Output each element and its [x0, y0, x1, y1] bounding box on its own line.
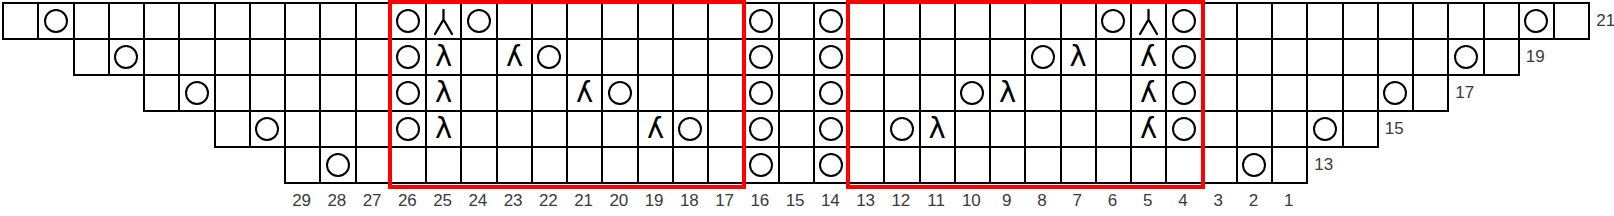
- chart-cell: [390, 2, 427, 40]
- chart-cell: [108, 2, 145, 40]
- chart-row-13: [284, 146, 1308, 184]
- cdd-symbol: [431, 8, 456, 35]
- chart-cell: [954, 110, 991, 148]
- chart-cell: [1236, 146, 1273, 184]
- chart-cell: [1201, 110, 1238, 148]
- k2tog-symbol: λ: [647, 113, 664, 142]
- yarn-over-symbol: [396, 117, 420, 141]
- chart-cell: [707, 38, 744, 76]
- k2tog-symbol: λ: [1140, 113, 1157, 142]
- chart-cell: [531, 38, 568, 76]
- chart-cell: [1306, 74, 1343, 112]
- chart-cell: [1483, 2, 1520, 40]
- chart-cell: [73, 38, 110, 76]
- chart-cell: [813, 110, 850, 148]
- yarn-over-symbol: [1313, 117, 1337, 141]
- yarn-over-symbol: [608, 81, 632, 105]
- chart-cell: [707, 146, 744, 184]
- chart-cell: [460, 74, 497, 112]
- chart-cell: [73, 2, 110, 40]
- chart-cell: [919, 146, 956, 184]
- chart-cell: [954, 74, 991, 112]
- column-number-1: 1: [1271, 189, 1306, 213]
- yarn-over-symbol: [749, 117, 773, 141]
- chart-cell: [707, 74, 744, 112]
- column-number-21: 21: [566, 189, 601, 213]
- chart-cell: [1377, 38, 1414, 76]
- yarn-over-symbol: [396, 81, 420, 105]
- chart-cell: [1377, 2, 1414, 40]
- chart-cell: [813, 38, 850, 76]
- yarn-over-symbol: [1172, 117, 1196, 141]
- chart-cell: [672, 2, 709, 40]
- column-number-23: 23: [496, 189, 531, 213]
- chart-cell: [1130, 146, 1167, 184]
- chart-cell: [1024, 74, 1061, 112]
- yarn-over-symbol: [185, 81, 209, 105]
- row-label-13: 13: [1314, 146, 1333, 184]
- chart-cell: [531, 110, 568, 148]
- yarn-over-symbol: [819, 117, 843, 141]
- chart-cell: [425, 146, 462, 184]
- chart-cell: [883, 146, 920, 184]
- column-number-25: 25: [425, 189, 460, 213]
- ssk-symbol: λ: [435, 41, 452, 70]
- chart-cell: [355, 2, 392, 40]
- chart-cell: [531, 74, 568, 112]
- chart-cell: [319, 146, 356, 184]
- chart-cell: [1342, 74, 1379, 112]
- chart-cell: [742, 38, 779, 76]
- column-number-24: 24: [460, 189, 495, 213]
- column-number-15: 15: [778, 189, 813, 213]
- chart-cell: [178, 38, 215, 76]
- yarn-over-symbol: [1031, 45, 1055, 69]
- chart-cell: [1201, 2, 1238, 40]
- chart-cell: [919, 38, 956, 76]
- column-number-13: 13: [848, 189, 883, 213]
- column-number-17: 17: [707, 189, 742, 213]
- chart-cell: [1201, 38, 1238, 76]
- column-number-20: 20: [601, 189, 636, 213]
- chart-cell: [214, 74, 251, 112]
- chart-cell: λ: [989, 74, 1026, 112]
- yarn-over-symbol: [396, 9, 420, 33]
- chart-cell: [989, 38, 1026, 76]
- chart-cell: [1024, 2, 1061, 40]
- column-number-29: 29: [284, 189, 319, 213]
- chart-cell: [178, 74, 215, 112]
- chart-cell: [601, 74, 638, 112]
- chart-cell: [813, 74, 850, 112]
- chart-row-21: [2, 2, 1590, 40]
- chart-cell: [496, 74, 533, 112]
- chart-cell: λ: [425, 38, 462, 76]
- chart-cell: [390, 74, 427, 112]
- chart-cell: [637, 146, 674, 184]
- chart-cell: [390, 146, 427, 184]
- chart-cell: [919, 2, 956, 40]
- column-number-2: 2: [1236, 189, 1271, 213]
- chart-cell: [249, 2, 286, 40]
- chart-cell: [1236, 110, 1273, 148]
- chart-cell: [742, 2, 779, 40]
- chart-cell: [460, 146, 497, 184]
- chart-cell: [284, 38, 321, 76]
- ssk-symbol: λ: [435, 113, 452, 142]
- chart-cell: [601, 38, 638, 76]
- chart-cell: [425, 2, 462, 40]
- yarn-over-symbol: [1101, 9, 1125, 33]
- chart-cell: [848, 38, 885, 76]
- column-number-6: 6: [1095, 189, 1130, 213]
- chart-cell: [989, 110, 1026, 148]
- chart-cell: [496, 110, 533, 148]
- chart-cell: [2, 2, 39, 40]
- chart-cell: [566, 110, 603, 148]
- yarn-over-symbol: [1454, 45, 1478, 69]
- column-number-7: 7: [1060, 189, 1095, 213]
- chart-cell: [1306, 110, 1343, 148]
- yarn-over-symbol: [749, 81, 773, 105]
- chart-cell: λ: [1060, 38, 1097, 76]
- chart-cell: [1342, 38, 1379, 76]
- yarn-over-symbol: [819, 81, 843, 105]
- chart-cell: λ: [425, 110, 462, 148]
- chart-cell: [601, 146, 638, 184]
- chart-cell: [742, 110, 779, 148]
- chart-row-17: λλλλ: [143, 74, 1449, 112]
- chart-cell: [1236, 38, 1273, 76]
- chart-cell: [672, 110, 709, 148]
- chart-cell: [601, 2, 638, 40]
- yarn-over-symbol: [678, 117, 702, 141]
- chart-cell: [284, 2, 321, 40]
- chart-cell: [566, 2, 603, 40]
- yarn-over-symbol: [1172, 9, 1196, 33]
- chart-cell: [1201, 146, 1238, 184]
- yarn-over-symbol: [537, 45, 561, 69]
- column-number-22: 22: [531, 189, 566, 213]
- chart-cell: [1271, 2, 1308, 40]
- chart-cell: [37, 2, 74, 40]
- chart-cell: [1412, 2, 1449, 40]
- ssk-symbol: λ: [435, 77, 452, 106]
- chart-cell: [319, 38, 356, 76]
- ssk-symbol: λ: [1070, 41, 1087, 70]
- column-number-5: 5: [1130, 189, 1165, 213]
- chart-cell: [1342, 110, 1379, 148]
- column-number-11: 11: [919, 189, 954, 213]
- chart-cell: [778, 146, 815, 184]
- chart-cell: λ: [425, 74, 462, 112]
- chart-cell: [143, 2, 180, 40]
- chart-cell: [496, 146, 533, 184]
- chart-cell: [319, 2, 356, 40]
- chart-cell: [1306, 38, 1343, 76]
- column-number-8: 8: [1024, 189, 1059, 213]
- chart-cell: λ: [566, 74, 603, 112]
- chart-cell: [1165, 110, 1202, 148]
- column-number-18: 18: [672, 189, 707, 213]
- chart-cell: [742, 74, 779, 112]
- chart-cell: [1165, 2, 1202, 40]
- chart-cell: [355, 110, 392, 148]
- chart-cell: [1271, 110, 1308, 148]
- chart-cell: [848, 146, 885, 184]
- chart-cell: [848, 74, 885, 112]
- chart-cell: [1095, 38, 1132, 76]
- chart-cell: [778, 110, 815, 148]
- knitting-chart: λλλλλλλλλλλλ 292827262524232221201918171…: [0, 0, 1614, 216]
- chart-cell: [778, 74, 815, 112]
- yarn-over-symbol: [44, 9, 68, 33]
- chart-cell: [1236, 74, 1273, 112]
- chart-cell: [566, 146, 603, 184]
- chart-cell: [1060, 74, 1097, 112]
- column-number-28: 28: [319, 189, 354, 213]
- row-label-15: 15: [1385, 110, 1404, 148]
- chart-cell: [1165, 38, 1202, 76]
- chart-cell: [108, 38, 145, 76]
- chart-cell: [954, 2, 991, 40]
- chart-cell: λ: [1130, 38, 1167, 76]
- column-number-4: 4: [1165, 189, 1200, 213]
- chart-cell: [284, 74, 321, 112]
- chart-cell: [249, 74, 286, 112]
- chart-cell: [1201, 74, 1238, 112]
- chart-cell: [1342, 2, 1379, 40]
- chart-cell: [1412, 38, 1449, 76]
- column-number-9: 9: [989, 189, 1024, 213]
- column-number-26: 26: [390, 189, 425, 213]
- row-label-19: 19: [1526, 38, 1545, 76]
- yarn-over-symbol: [819, 153, 843, 177]
- yarn-over-symbol: [1172, 81, 1196, 105]
- yarn-over-symbol: [114, 45, 138, 69]
- chart-cell: [531, 146, 568, 184]
- chart-cell: λ: [1130, 74, 1167, 112]
- column-number-16: 16: [742, 189, 777, 213]
- yarn-over-symbol: [1172, 45, 1196, 69]
- chart-cell: [1271, 38, 1308, 76]
- chart-cell: [1412, 74, 1449, 112]
- row-label-21: 21: [1596, 2, 1614, 40]
- chart-cell: [989, 2, 1026, 40]
- column-number-10: 10: [954, 189, 989, 213]
- chart-cell: [1060, 2, 1097, 40]
- chart-cell: [460, 110, 497, 148]
- column-number-14: 14: [813, 189, 848, 213]
- chart-cell: [778, 2, 815, 40]
- chart-cell: [284, 110, 321, 148]
- chart-cell: [1095, 2, 1132, 40]
- k2tog-symbol: λ: [1140, 77, 1157, 106]
- yarn-over-symbol: [1524, 9, 1548, 33]
- chart-cell: [1024, 38, 1061, 76]
- k2tog-symbol: λ: [1140, 41, 1157, 70]
- chart-cell: [1377, 74, 1414, 112]
- yarn-over-symbol: [890, 117, 914, 141]
- column-number-12: 12: [883, 189, 918, 213]
- chart-cell: [214, 110, 251, 148]
- chart-cell: [1518, 2, 1555, 40]
- chart-cell: [178, 2, 215, 40]
- chart-cell: [813, 2, 850, 40]
- chart-cell: [1095, 146, 1132, 184]
- chart-cell: [143, 38, 180, 76]
- chart-cell: [1271, 146, 1308, 184]
- yarn-over-symbol: [749, 45, 773, 69]
- chart-cell: [566, 38, 603, 76]
- chart-cell: [637, 74, 674, 112]
- k2tog-symbol: λ: [506, 41, 523, 70]
- chart-cell: [390, 110, 427, 148]
- chart-cell: [1447, 2, 1484, 40]
- yarn-over-symbol: [326, 153, 350, 177]
- chart-cell: [1095, 74, 1132, 112]
- yarn-over-symbol: [467, 9, 491, 33]
- chart-cell: [1165, 146, 1202, 184]
- chart-cell: [249, 110, 286, 148]
- chart-cell: [1306, 2, 1343, 40]
- chart-cell: [355, 74, 392, 112]
- chart-cell: [355, 38, 392, 76]
- chart-cell: [954, 38, 991, 76]
- yarn-over-symbol: [1242, 153, 1266, 177]
- chart-cell: [496, 2, 533, 40]
- chart-cell: [319, 110, 356, 148]
- chart-row-19: λλλλ: [73, 38, 1520, 76]
- cdd-symbol: [1136, 8, 1161, 35]
- chart-cell: [1024, 146, 1061, 184]
- chart-cell: [1130, 2, 1167, 40]
- chart-cell: λ: [919, 110, 956, 148]
- chart-cell: [1060, 110, 1097, 148]
- chart-cell: [672, 38, 709, 76]
- yarn-over-symbol: [819, 9, 843, 33]
- chart-cell: [1024, 110, 1061, 148]
- chart-cell: [460, 2, 497, 40]
- chart-cell: [637, 38, 674, 76]
- yarn-over-symbol: [255, 117, 279, 141]
- chart-cell: [1483, 38, 1520, 76]
- chart-cell: [601, 110, 638, 148]
- chart-cell: [531, 2, 568, 40]
- chart-cell: [707, 110, 744, 148]
- chart-cell: [637, 2, 674, 40]
- yarn-over-symbol: [749, 9, 773, 33]
- chart-cell: [848, 2, 885, 40]
- chart-cell: λ: [637, 110, 674, 148]
- chart-cell: [1165, 74, 1202, 112]
- chart-cell: [989, 146, 1026, 184]
- yarn-over-symbol: [396, 45, 420, 69]
- ssk-symbol: λ: [999, 77, 1016, 106]
- chart-cell: [883, 38, 920, 76]
- chart-cell: [848, 110, 885, 148]
- column-number-27: 27: [355, 189, 390, 213]
- yarn-over-symbol: [749, 153, 773, 177]
- chart-cell: [883, 74, 920, 112]
- chart-cell: [672, 146, 709, 184]
- chart-cell: [390, 38, 427, 76]
- chart-cell: [1236, 2, 1273, 40]
- chart-cell: λ: [1130, 110, 1167, 148]
- chart-cell: [249, 38, 286, 76]
- chart-cell: [1095, 110, 1132, 148]
- ssk-symbol: λ: [929, 113, 946, 142]
- chart-cell: [954, 146, 991, 184]
- yarn-over-symbol: [960, 81, 984, 105]
- chart-cell: [319, 74, 356, 112]
- chart-cell: [1271, 74, 1308, 112]
- chart-cell: [1060, 146, 1097, 184]
- chart-cell: [355, 146, 392, 184]
- chart-cell: [707, 2, 744, 40]
- k2tog-symbol: λ: [576, 77, 593, 106]
- chart-cell: [284, 146, 321, 184]
- chart-cell: [742, 146, 779, 184]
- chart-cell: [460, 38, 497, 76]
- chart-cell: [143, 74, 180, 112]
- chart-cell: λ: [496, 38, 533, 76]
- chart-cell: [919, 74, 956, 112]
- column-number-19: 19: [637, 189, 672, 213]
- yarn-over-symbol: [819, 45, 843, 69]
- chart-cell: [883, 110, 920, 148]
- chart-cell: [1553, 2, 1590, 40]
- chart-cell: [214, 38, 251, 76]
- yarn-over-symbol: [1383, 81, 1407, 105]
- chart-cell: [672, 74, 709, 112]
- chart-cell: [778, 38, 815, 76]
- chart-cell: [214, 2, 251, 40]
- chart-cell: [883, 2, 920, 40]
- chart-cell: [813, 146, 850, 184]
- chart-cell: [1447, 38, 1484, 76]
- chart-row-15: λλλλ: [214, 110, 1379, 148]
- row-label-17: 17: [1455, 74, 1474, 112]
- column-number-3: 3: [1201, 189, 1236, 213]
